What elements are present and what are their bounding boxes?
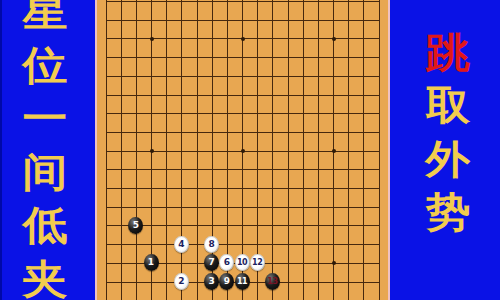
grid-hline bbox=[106, 20, 380, 21]
stone-white-6: 6 bbox=[219, 254, 234, 271]
stone-white-10: 10 bbox=[235, 254, 250, 271]
grid-hline bbox=[106, 95, 380, 96]
stone-black-9: 9 bbox=[219, 273, 234, 290]
stone-black-7: 7 bbox=[204, 254, 219, 271]
caption-char: 取 bbox=[421, 85, 475, 125]
move-number: 10 bbox=[237, 259, 247, 267]
move-number: 7 bbox=[209, 258, 215, 267]
star-point bbox=[332, 37, 336, 41]
star-point bbox=[241, 37, 245, 41]
caption-char: 位 bbox=[18, 45, 72, 85]
move-number: 11 bbox=[237, 278, 247, 286]
move-number: 13 bbox=[267, 278, 277, 286]
grid-hline bbox=[106, 244, 380, 245]
screen: 星位一间低夹 12345678910111213 跳取外势 bbox=[0, 0, 500, 300]
stone-black-5: 5 bbox=[128, 217, 143, 234]
stone-black-1: 1 bbox=[144, 254, 159, 271]
stone-white-8: 8 bbox=[204, 236, 219, 253]
move-number: 1 bbox=[148, 258, 154, 267]
move-number: 2 bbox=[178, 277, 184, 286]
stone-white-2: 2 bbox=[174, 273, 189, 290]
move-number: 6 bbox=[224, 258, 230, 267]
caption-char: 一 bbox=[18, 98, 72, 138]
grid-hline bbox=[106, 188, 380, 189]
stone-black-11: 11 bbox=[235, 273, 250, 290]
caption-char: 低 bbox=[18, 205, 72, 245]
move-number: 5 bbox=[133, 221, 139, 230]
caption-char: 外 bbox=[421, 139, 475, 179]
stone-white-12: 12 bbox=[250, 254, 265, 271]
right-caption: 跳取外势 bbox=[396, 0, 500, 300]
move-number: 4 bbox=[178, 240, 184, 249]
board-grid: 12345678910111213 bbox=[95, 0, 390, 300]
left-caption: 星位一间低夹 bbox=[0, 0, 90, 300]
caption-char: 间 bbox=[18, 152, 72, 192]
grid-hline bbox=[106, 113, 380, 114]
grid-hline bbox=[106, 57, 380, 58]
stone-black-13: 13 bbox=[265, 273, 280, 290]
grid-hline bbox=[106, 207, 380, 208]
grid-hline bbox=[106, 225, 380, 226]
caption-char: 星 bbox=[18, 0, 72, 31]
star-point bbox=[332, 149, 336, 153]
caption-char: 势 bbox=[421, 192, 475, 232]
go-board: 12345678910111213 bbox=[95, 0, 390, 300]
move-number: 8 bbox=[209, 240, 215, 249]
grid-hline bbox=[106, 1, 380, 2]
grid-hline bbox=[106, 169, 380, 170]
star-point bbox=[150, 149, 154, 153]
stone-black-3: 3 bbox=[204, 273, 219, 290]
grid-hline bbox=[106, 132, 380, 133]
caption-char: 夹 bbox=[18, 259, 72, 299]
move-number: 9 bbox=[224, 277, 230, 286]
stone-white-4: 4 bbox=[174, 236, 189, 253]
star-point bbox=[241, 149, 245, 153]
grid-hline bbox=[106, 76, 380, 77]
star-point bbox=[332, 261, 336, 265]
move-number: 3 bbox=[209, 277, 215, 286]
move-number: 12 bbox=[252, 259, 262, 267]
caption-char: 跳 bbox=[421, 32, 475, 72]
star-point bbox=[150, 37, 154, 41]
